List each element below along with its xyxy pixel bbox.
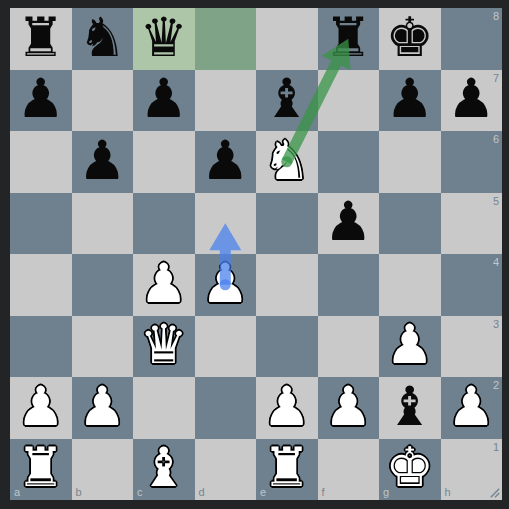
square-e6[interactable]: ♞ xyxy=(256,131,318,193)
square-a4[interactable] xyxy=(10,254,72,316)
square-a5[interactable] xyxy=(10,193,72,255)
square-b1[interactable] xyxy=(72,439,134,501)
square-g1[interactable]: ♚ xyxy=(379,439,441,501)
square-f6[interactable] xyxy=(318,131,380,193)
square-g5[interactable] xyxy=(379,193,441,255)
square-c7[interactable]: ♟ xyxy=(133,70,195,132)
black-pawn-piece[interactable]: ♟ xyxy=(201,134,249,188)
square-d3[interactable] xyxy=(195,316,257,378)
square-b8[interactable]: ♞ xyxy=(72,8,134,70)
square-h4[interactable] xyxy=(441,254,503,316)
square-a2[interactable]: ♟ xyxy=(10,377,72,439)
square-f1[interactable] xyxy=(318,439,380,501)
square-e7[interactable]: ♝ xyxy=(256,70,318,132)
square-g7[interactable]: ♟ xyxy=(379,70,441,132)
square-b2[interactable]: ♟ xyxy=(72,377,134,439)
square-b3[interactable] xyxy=(72,316,134,378)
black-pawn-piece[interactable]: ♟ xyxy=(386,72,434,126)
square-c2[interactable] xyxy=(133,377,195,439)
white-pawn-piece[interactable]: ♟ xyxy=(386,318,434,372)
square-g6[interactable] xyxy=(379,131,441,193)
square-a7[interactable]: ♟ xyxy=(10,70,72,132)
square-d6[interactable]: ♟ xyxy=(195,131,257,193)
black-queen-piece[interactable]: ♛ xyxy=(140,11,188,65)
white-pawn-piece[interactable]: ♟ xyxy=(324,380,372,434)
square-c3[interactable]: ♛ xyxy=(133,316,195,378)
square-e3[interactable] xyxy=(256,316,318,378)
white-pawn-piece[interactable]: ♟ xyxy=(140,257,188,311)
black-rook-piece[interactable]: ♜ xyxy=(17,11,65,65)
black-bishop-piece[interactable]: ♝ xyxy=(263,72,311,126)
white-queen-piece[interactable]: ♛ xyxy=(140,318,188,372)
square-b5[interactable] xyxy=(72,193,134,255)
black-bishop-piece[interactable]: ♝ xyxy=(386,380,434,434)
square-c6[interactable] xyxy=(133,131,195,193)
square-e1[interactable]: ♜ xyxy=(256,439,318,501)
square-f7[interactable] xyxy=(318,70,380,132)
white-pawn-piece[interactable]: ♟ xyxy=(201,257,249,311)
white-pawn-piece[interactable]: ♟ xyxy=(17,380,65,434)
square-d7[interactable] xyxy=(195,70,257,132)
black-rook-piece[interactable]: ♜ xyxy=(324,11,372,65)
square-h3[interactable] xyxy=(441,316,503,378)
square-d1[interactable] xyxy=(195,439,257,501)
black-pawn-piece[interactable]: ♟ xyxy=(140,72,188,126)
square-g2[interactable]: ♝ xyxy=(379,377,441,439)
square-d8[interactable] xyxy=(195,8,257,70)
black-pawn-piece[interactable]: ♟ xyxy=(324,195,372,249)
square-a6[interactable] xyxy=(10,131,72,193)
resize-handle-icon[interactable] xyxy=(489,487,501,499)
white-king-piece[interactable]: ♚ xyxy=(386,441,434,495)
square-d2[interactable] xyxy=(195,377,257,439)
square-a8[interactable]: ♜ xyxy=(10,8,72,70)
square-g4[interactable] xyxy=(379,254,441,316)
white-pawn-piece[interactable]: ♟ xyxy=(78,380,126,434)
black-knight-piece[interactable]: ♞ xyxy=(78,11,126,65)
square-c5[interactable] xyxy=(133,193,195,255)
black-pawn-piece[interactable]: ♟ xyxy=(447,72,495,126)
square-c1[interactable]: ♝ xyxy=(133,439,195,501)
white-rook-piece[interactable]: ♜ xyxy=(17,441,65,495)
square-e4[interactable] xyxy=(256,254,318,316)
square-a3[interactable] xyxy=(10,316,72,378)
square-h5[interactable] xyxy=(441,193,503,255)
square-b4[interactable] xyxy=(72,254,134,316)
square-h2[interactable]: ♟ xyxy=(441,377,503,439)
square-a1[interactable]: ♜ xyxy=(10,439,72,501)
chess-board[interactable]: ♜♞♛♜♚♟♟♝♟♟♟♟♞♟♟♟♛♟♟♟♟♟♝♟♜♝♜♚ abcdefgh123… xyxy=(10,8,502,500)
square-g8[interactable]: ♚ xyxy=(379,8,441,70)
square-c4[interactable]: ♟ xyxy=(133,254,195,316)
white-pawn-piece[interactable]: ♟ xyxy=(263,380,311,434)
square-f3[interactable] xyxy=(318,316,380,378)
square-f5[interactable]: ♟ xyxy=(318,193,380,255)
white-rook-piece[interactable]: ♜ xyxy=(263,441,311,495)
black-king-piece[interactable]: ♚ xyxy=(386,11,434,65)
square-d5[interactable] xyxy=(195,193,257,255)
square-e2[interactable]: ♟ xyxy=(256,377,318,439)
square-g3[interactable]: ♟ xyxy=(379,316,441,378)
square-e8[interactable] xyxy=(256,8,318,70)
white-pawn-piece[interactable]: ♟ xyxy=(447,380,495,434)
black-pawn-piece[interactable]: ♟ xyxy=(17,72,65,126)
square-h7[interactable]: ♟ xyxy=(441,70,503,132)
chess-app-screen: ♜♞♛♜♚♟♟♝♟♟♟♟♞♟♟♟♛♟♟♟♟♟♝♟♜♝♜♚ abcdefgh123… xyxy=(0,0,509,509)
square-h6[interactable] xyxy=(441,131,503,193)
square-f4[interactable] xyxy=(318,254,380,316)
white-bishop-piece[interactable]: ♝ xyxy=(140,441,188,495)
square-f8[interactable]: ♜ xyxy=(318,8,380,70)
square-h8[interactable] xyxy=(441,8,503,70)
black-pawn-piece[interactable]: ♟ xyxy=(78,134,126,188)
square-f2[interactable]: ♟ xyxy=(318,377,380,439)
square-c8[interactable]: ♛ xyxy=(133,8,195,70)
square-e5[interactable] xyxy=(256,193,318,255)
square-b6[interactable]: ♟ xyxy=(72,131,134,193)
square-d4[interactable]: ♟ xyxy=(195,254,257,316)
square-b7[interactable] xyxy=(72,70,134,132)
white-knight-piece[interactable]: ♞ xyxy=(263,134,311,188)
board-squares: ♜♞♛♜♚♟♟♝♟♟♟♟♞♟♟♟♛♟♟♟♟♟♝♟♜♝♜♚ xyxy=(10,8,502,500)
